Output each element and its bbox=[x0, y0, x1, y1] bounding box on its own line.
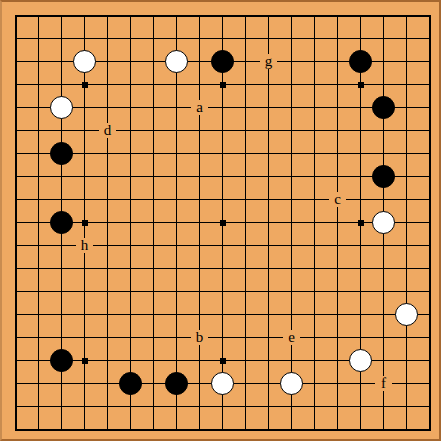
white-stone-Q4 bbox=[349, 349, 372, 372]
black-stone-C10 bbox=[50, 211, 73, 234]
grid-line-horizontal bbox=[15, 199, 431, 200]
point-label-h: h bbox=[76, 238, 93, 253]
grid-line-vertical bbox=[176, 15, 177, 431]
grid-line-horizontal bbox=[15, 38, 431, 39]
grid-line-horizontal bbox=[15, 291, 431, 292]
grid-line-horizontal bbox=[15, 153, 431, 154]
point-label-a: a bbox=[191, 100, 208, 115]
grid-line-vertical bbox=[38, 15, 39, 431]
black-stone-K17 bbox=[211, 50, 234, 73]
grid-line-horizontal bbox=[15, 406, 431, 407]
grid-line-vertical bbox=[291, 15, 292, 431]
black-stone-R12 bbox=[372, 165, 395, 188]
point-label-d: d bbox=[99, 123, 116, 138]
grid-line-horizontal bbox=[15, 176, 431, 177]
point-label-e: e bbox=[283, 330, 300, 345]
grid-line-vertical bbox=[107, 15, 108, 431]
black-stone-R15 bbox=[372, 96, 395, 119]
grid-line-vertical bbox=[337, 15, 338, 431]
grid-line-vertical bbox=[429, 15, 431, 431]
grid-line-vertical bbox=[199, 15, 200, 431]
grid-line-vertical bbox=[15, 15, 17, 431]
black-stone-H3 bbox=[165, 372, 188, 395]
grid-line-vertical bbox=[406, 15, 407, 431]
grid-line-horizontal bbox=[15, 314, 431, 315]
grid-line-horizontal bbox=[15, 15, 431, 17]
grid-line-vertical bbox=[153, 15, 154, 431]
star-point bbox=[82, 82, 88, 88]
grid-line-vertical bbox=[314, 15, 315, 431]
grid-line-horizontal bbox=[15, 107, 431, 108]
black-stone-F3 bbox=[119, 372, 142, 395]
grid-line-horizontal bbox=[15, 268, 431, 269]
white-stone-R10 bbox=[372, 211, 395, 234]
white-stone-H17 bbox=[165, 50, 188, 73]
star-point bbox=[220, 82, 226, 88]
white-stone-D17 bbox=[73, 50, 96, 73]
white-stone-N3 bbox=[280, 372, 303, 395]
go-board: abcdefgh bbox=[0, 0, 441, 441]
star-point bbox=[358, 220, 364, 226]
star-point bbox=[358, 82, 364, 88]
grid-line-vertical bbox=[268, 15, 269, 431]
black-stone-C4 bbox=[50, 349, 73, 372]
grid-line-vertical bbox=[245, 15, 246, 431]
star-point bbox=[220, 358, 226, 364]
white-stone-C15 bbox=[50, 96, 73, 119]
grid-line-vertical bbox=[130, 15, 131, 431]
point-label-g: g bbox=[260, 54, 277, 69]
star-point bbox=[82, 220, 88, 226]
white-stone-K3 bbox=[211, 372, 234, 395]
grid-line-horizontal bbox=[15, 429, 431, 431]
black-stone-Q17 bbox=[349, 50, 372, 73]
black-stone-C13 bbox=[50, 142, 73, 165]
point-label-b: b bbox=[191, 330, 208, 345]
grid-line-horizontal bbox=[15, 130, 431, 131]
white-stone-S6 bbox=[395, 303, 418, 326]
point-label-c: c bbox=[329, 192, 346, 207]
star-point bbox=[220, 220, 226, 226]
grid-line-horizontal bbox=[15, 337, 431, 338]
point-label-f: f bbox=[375, 376, 392, 391]
star-point bbox=[82, 358, 88, 364]
